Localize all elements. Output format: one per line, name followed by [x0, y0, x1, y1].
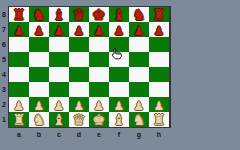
- square-c7[interactable]: ♟: [49, 22, 69, 37]
- square-a2[interactable]: ♟: [9, 97, 29, 112]
- red-bishop[interactable]: ♝: [112, 8, 125, 23]
- square-a5[interactable]: [9, 52, 29, 67]
- square-c5[interactable]: [49, 52, 69, 67]
- file-labels: abcdefgh: [9, 129, 169, 139]
- square-d5[interactable]: [69, 52, 89, 67]
- square-g6[interactable]: [129, 37, 149, 52]
- square-d2[interactable]: ♟: [69, 97, 89, 112]
- square-h3[interactable]: [149, 82, 169, 97]
- square-g1[interactable]: ♞: [129, 112, 149, 127]
- file-label-b: b: [29, 129, 49, 139]
- white-bishop[interactable]: ♝: [52, 113, 65, 128]
- file-label-d: d: [69, 129, 89, 139]
- square-f5[interactable]: [109, 52, 129, 67]
- square-g5[interactable]: [129, 52, 149, 67]
- square-f3[interactable]: [109, 82, 129, 97]
- square-c2[interactable]: ♟: [49, 97, 69, 112]
- square-a3[interactable]: [9, 82, 29, 97]
- rank-label-2: 2: [0, 97, 8, 112]
- red-rook[interactable]: ♜: [12, 8, 25, 23]
- square-b4[interactable]: [29, 67, 49, 82]
- rank-label-1: 1: [0, 112, 8, 127]
- square-d3[interactable]: [69, 82, 89, 97]
- square-e3[interactable]: [89, 82, 109, 97]
- square-b2[interactable]: ♟: [29, 97, 49, 112]
- rank-labels: 87654321: [0, 7, 8, 127]
- square-f6[interactable]: [109, 37, 129, 52]
- square-f2[interactable]: ♟: [109, 97, 129, 112]
- white-king[interactable]: ♚: [92, 113, 105, 128]
- square-d8[interactable]: ♛: [69, 7, 89, 22]
- square-h1[interactable]: ♜: [149, 112, 169, 127]
- file-label-a: a: [9, 129, 29, 139]
- square-d4[interactable]: [69, 67, 89, 82]
- red-knight[interactable]: ♞: [32, 8, 45, 23]
- rank-label-3: 3: [0, 82, 8, 97]
- square-h8[interactable]: ♜: [149, 7, 169, 22]
- red-queen[interactable]: ♛: [72, 8, 85, 23]
- square-e2[interactable]: ♟: [89, 97, 109, 112]
- square-c8[interactable]: ♝: [49, 7, 69, 22]
- square-h7[interactable]: ♟: [149, 22, 169, 37]
- file-label-h: h: [149, 129, 169, 139]
- red-rook[interactable]: ♜: [152, 8, 165, 23]
- square-a7[interactable]: ♟: [9, 22, 29, 37]
- square-g4[interactable]: [129, 67, 149, 82]
- white-bishop[interactable]: ♝: [112, 113, 125, 128]
- square-g2[interactable]: ♟: [129, 97, 149, 112]
- square-e6[interactable]: [89, 37, 109, 52]
- file-label-e: e: [89, 129, 109, 139]
- square-c6[interactable]: [49, 37, 69, 52]
- rank-label-4: 4: [0, 67, 8, 82]
- square-b1[interactable]: ♞: [29, 112, 49, 127]
- file-label-f: f: [109, 129, 129, 139]
- square-a1[interactable]: ♜: [9, 112, 29, 127]
- red-knight[interactable]: ♞: [132, 8, 145, 23]
- square-c4[interactable]: [49, 67, 69, 82]
- square-a4[interactable]: [9, 67, 29, 82]
- red-king[interactable]: ♚: [92, 8, 105, 23]
- white-queen[interactable]: ♛: [72, 113, 85, 128]
- white-knight[interactable]: ♞: [132, 113, 145, 128]
- square-g8[interactable]: ♞: [129, 7, 149, 22]
- file-label-g: g: [129, 129, 149, 139]
- square-e4[interactable]: [89, 67, 109, 82]
- square-b3[interactable]: [29, 82, 49, 97]
- square-b5[interactable]: [29, 52, 49, 67]
- square-c3[interactable]: [49, 82, 69, 97]
- white-rook[interactable]: ♜: [12, 113, 25, 128]
- square-d1[interactable]: ♛: [69, 112, 89, 127]
- square-e1[interactable]: ♚: [89, 112, 109, 127]
- chess-board[interactable]: ♜♞♝♛♚♝♞♜♟♟♟♟♟♟♟♟♟♟♟♟♟♟♟♟♜♞♝♛♚♝♞♜: [8, 6, 171, 128]
- rank-label-5: 5: [0, 52, 8, 67]
- square-d6[interactable]: [69, 37, 89, 52]
- square-e8[interactable]: ♚: [89, 7, 109, 22]
- square-h2[interactable]: ♟: [149, 97, 169, 112]
- square-a6[interactable]: [9, 37, 29, 52]
- white-rook[interactable]: ♜: [152, 113, 165, 128]
- square-h5[interactable]: [149, 52, 169, 67]
- square-f1[interactable]: ♝: [109, 112, 129, 127]
- square-f8[interactable]: ♝: [109, 7, 129, 22]
- white-knight[interactable]: ♞: [32, 113, 45, 128]
- rank-label-6: 6: [0, 37, 8, 52]
- square-b6[interactable]: [29, 37, 49, 52]
- square-g3[interactable]: [129, 82, 149, 97]
- file-label-c: c: [49, 129, 69, 139]
- square-c1[interactable]: ♝: [49, 112, 69, 127]
- square-b8[interactable]: ♞: [29, 7, 49, 22]
- square-e5[interactable]: [89, 52, 109, 67]
- square-e7[interactable]: ♟: [89, 22, 109, 37]
- square-d7[interactable]: ♟: [69, 22, 89, 37]
- square-g7[interactable]: ♟: [129, 22, 149, 37]
- square-b7[interactable]: ♟: [29, 22, 49, 37]
- rank-label-7: 7: [0, 22, 8, 37]
- square-h4[interactable]: [149, 67, 169, 82]
- square-h6[interactable]: [149, 37, 169, 52]
- square-a8[interactable]: ♜: [9, 7, 29, 22]
- square-f7[interactable]: ♟: [109, 22, 129, 37]
- red-bishop[interactable]: ♝: [52, 8, 65, 23]
- square-f4[interactable]: [109, 67, 129, 82]
- rank-label-8: 8: [0, 7, 8, 22]
